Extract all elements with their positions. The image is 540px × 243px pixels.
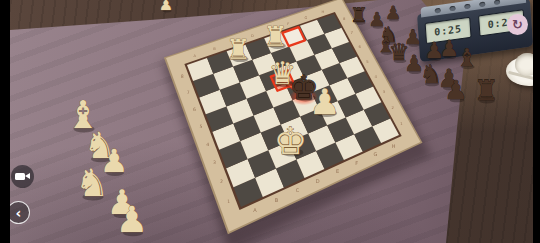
captured-pawn: ♟ — [385, 2, 401, 23]
svg-text:B: B — [275, 197, 279, 203]
video-camera-lens-icon — [25, 173, 30, 179]
board-and-pieces-layer: AABBCCDDEEFFGGHH1122334455667788♜♜♛♚♟♚♜♟… — [10, 0, 533, 243]
svg-text:A: A — [253, 207, 257, 213]
svg-text:D: D — [316, 178, 320, 184]
letterbox-right — [533, 0, 540, 243]
svg-text:7: 7 — [187, 90, 190, 95]
piece-white-rook-c8[interactable]: ♜ — [226, 34, 250, 65]
teacup — [515, 53, 533, 76]
video-camera-icon — [15, 173, 25, 180]
svg-text:H: H — [321, 10, 324, 14]
svg-text:F: F — [355, 160, 358, 166]
piece-white-king-e3[interactable]: ♚ — [274, 120, 307, 163]
piece-white-rook-e8[interactable]: ♜ — [264, 21, 288, 52]
svg-text:G: G — [373, 151, 377, 157]
svg-text:5: 5 — [200, 124, 203, 129]
svg-text:4: 4 — [206, 142, 209, 147]
captured-pawn: ♟ — [159, 0, 173, 14]
game-scene: 0:25 0:25 AABBCCDDEEFFGGHH11223344556677… — [10, 0, 533, 243]
svg-text:1: 1 — [227, 199, 230, 204]
svg-text:D: D — [251, 34, 254, 38]
svg-text:G: G — [304, 16, 307, 20]
captured-pawn: ♟ — [116, 199, 148, 240]
captured-rook: ♜ — [350, 3, 368, 27]
captured-knight: ♞ — [75, 161, 109, 205]
captured-rook: ♜ — [473, 74, 498, 107]
piece-white-pawn-g4[interactable]: ♟ — [309, 82, 340, 122]
svg-text:C: C — [296, 187, 300, 193]
svg-text:3: 3 — [213, 160, 216, 165]
svg-text:2: 2 — [220, 179, 223, 184]
camera-button[interactable] — [11, 165, 34, 188]
rotate-view-button[interactable]: ↻ — [507, 14, 528, 35]
svg-text:8: 8 — [181, 74, 184, 79]
captured-white-pieces: ♟♝♞♟♞♟♟ — [66, 0, 173, 240]
svg-text:H: H — [392, 143, 396, 149]
captured-pawn: ♟ — [444, 75, 467, 105]
letterbox-left — [0, 0, 10, 243]
app-stage: 0:25 0:25 AABBCCDDEEFFGGHH11223344556677… — [0, 0, 540, 243]
svg-text:E: E — [336, 168, 339, 174]
svg-text:6: 6 — [193, 107, 196, 112]
captured-pawn: ♟ — [404, 25, 422, 49]
